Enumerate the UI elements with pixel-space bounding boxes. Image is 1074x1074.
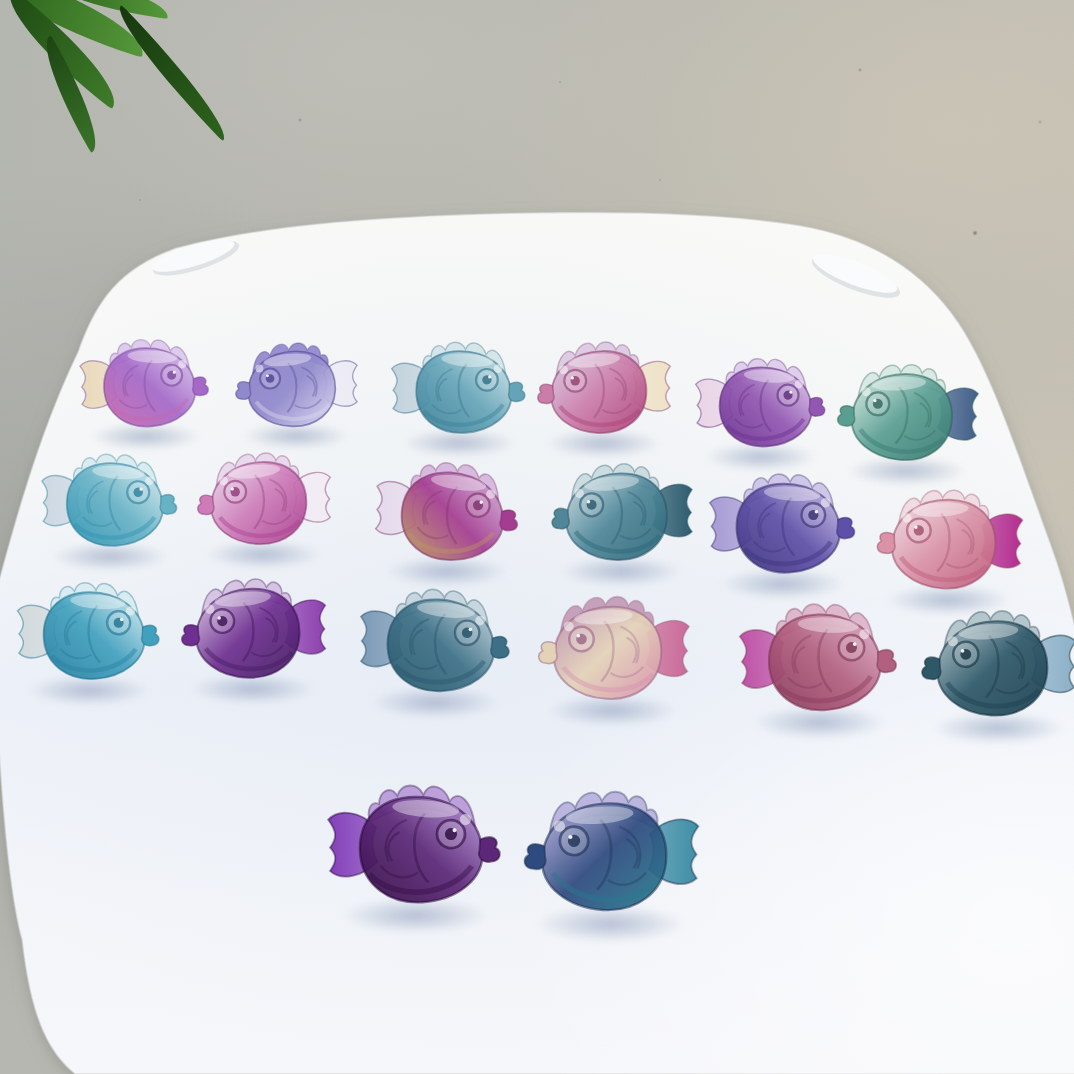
row1-fish2 xyxy=(226,332,366,441)
row2-fish1 xyxy=(31,439,189,564)
fish-glyph xyxy=(698,458,868,593)
row2-fish4 xyxy=(541,451,702,577)
row2-fish2 xyxy=(187,441,340,560)
fish-glyph xyxy=(908,594,1074,737)
row1-fish1 xyxy=(69,324,221,445)
row1-fish3 xyxy=(381,327,537,451)
fish-glyph xyxy=(508,773,712,935)
fish-glyph xyxy=(381,327,537,451)
fish-glyph xyxy=(541,451,702,577)
fish-glyph xyxy=(31,439,189,564)
row1-fish4 xyxy=(527,330,680,449)
fish-glyph xyxy=(187,441,340,560)
row4-fish2 xyxy=(508,773,712,935)
fish-glyph xyxy=(226,332,366,441)
fish-glyph xyxy=(525,580,702,720)
fish-glyph xyxy=(314,767,515,927)
fish-glyph xyxy=(170,566,336,695)
fish-glyph xyxy=(726,585,911,733)
row2-fish5 xyxy=(698,458,868,593)
row3-fish5 xyxy=(726,585,911,733)
fish-layer xyxy=(0,0,1074,1074)
fish-glyph xyxy=(364,447,531,580)
fish-glyph xyxy=(685,344,837,464)
fish-glyph xyxy=(6,567,172,699)
row3-fish4 xyxy=(525,580,702,720)
scene xyxy=(0,0,1074,1074)
row4-fish1 xyxy=(314,767,515,927)
fish-glyph xyxy=(350,576,521,709)
row3-fish6 xyxy=(908,594,1074,737)
row3-fish1 xyxy=(6,567,172,699)
row3-fish3 xyxy=(350,576,521,709)
row1-fish5 xyxy=(685,344,837,464)
row2-fish3 xyxy=(364,447,531,580)
fish-glyph xyxy=(527,330,680,449)
fish-glyph xyxy=(69,324,221,445)
row3-fish2 xyxy=(170,566,336,695)
